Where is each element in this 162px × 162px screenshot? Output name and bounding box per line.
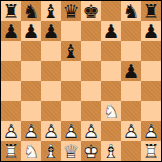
piece-black-knight[interactable]: ♞ [21,1,41,21]
black-pawn-icon: ♟ [1,21,21,41]
square-c3[interactable] [41,101,61,121]
square-g4[interactable] [121,81,141,101]
piece-black-queen[interactable]: ♛ [61,1,81,21]
square-d1[interactable]: ♛♕ [61,141,81,161]
piece-white-bishop[interactable]: ♝♗ [41,141,61,161]
square-f1[interactable]: ♝♗ [101,141,121,161]
square-a1[interactable]: ♜♖ [1,141,21,161]
square-g5[interactable]: ♟ [121,61,141,81]
square-e8[interactable]: ♚ [81,1,101,21]
square-e5[interactable] [81,61,101,81]
piece-white-pawn[interactable]: ♟♙ [81,121,101,141]
white-pawn-outline-icon: ♙ [61,121,81,141]
square-f3[interactable]: ♞♘ [101,101,121,121]
white-pawn-outline-icon: ♙ [141,121,161,141]
square-h6[interactable] [141,41,161,61]
black-pawn-icon: ♟ [121,61,141,81]
square-b2[interactable]: ♟♙ [21,121,41,141]
square-h7[interactable]: ♟ [141,21,161,41]
piece-white-rook[interactable]: ♜♖ [1,141,21,161]
square-h4[interactable] [141,81,161,101]
square-a6[interactable] [1,41,21,61]
square-a5[interactable] [1,61,21,81]
square-g6[interactable] [121,41,141,61]
square-a2[interactable]: ♟♙ [1,121,21,141]
square-d6[interactable]: ♝ [61,41,81,61]
square-b6[interactable] [21,41,41,61]
black-pawn-icon: ♟ [21,21,41,41]
piece-white-pawn[interactable]: ♟♙ [41,121,61,141]
piece-white-knight[interactable]: ♞♘ [101,101,121,121]
black-bishop-icon: ♝ [61,41,81,61]
square-a8[interactable]: ♜ [1,1,21,21]
square-g1[interactable] [121,141,141,161]
square-e3[interactable] [81,101,101,121]
black-king-icon: ♚ [81,1,101,21]
piece-black-pawn[interactable]: ♟ [41,21,61,41]
square-c6[interactable] [41,41,61,61]
piece-black-rook[interactable]: ♜ [141,1,161,21]
square-c2[interactable]: ♟♙ [41,121,61,141]
piece-black-bishop[interactable]: ♝ [61,41,81,61]
white-pawn-outline-icon: ♙ [81,121,101,141]
square-b1[interactable]: ♞♘ [21,141,41,161]
square-e2[interactable]: ♟♙ [81,121,101,141]
white-rook-outline-icon: ♖ [141,141,161,161]
square-h5[interactable] [141,61,161,81]
square-f4[interactable] [101,81,121,101]
white-pawn-outline-icon: ♙ [41,121,61,141]
piece-black-pawn[interactable]: ♟ [21,21,41,41]
black-queen-icon: ♛ [61,1,81,21]
white-knight-outline-icon: ♘ [21,141,41,161]
square-d7[interactable] [61,21,81,41]
piece-black-bishop[interactable]: ♝ [41,1,61,21]
black-pawn-icon: ♟ [41,21,61,41]
piece-black-pawn[interactable]: ♟ [141,21,161,41]
square-h8[interactable]: ♜ [141,1,161,21]
square-e7[interactable] [81,21,101,41]
piece-white-knight[interactable]: ♞♘ [21,141,41,161]
piece-white-rook[interactable]: ♜♖ [141,141,161,161]
white-knight-outline-icon: ♘ [101,101,121,121]
piece-white-pawn[interactable]: ♟♙ [21,121,41,141]
square-b3[interactable] [21,101,41,121]
white-pawn-outline-icon: ♙ [1,121,21,141]
square-a3[interactable] [1,101,21,121]
square-b4[interactable] [21,81,41,101]
piece-white-queen[interactable]: ♛♕ [61,141,81,161]
square-b8[interactable]: ♞ [21,1,41,21]
square-f6[interactable] [101,41,121,61]
square-c1[interactable]: ♝♗ [41,141,61,161]
black-rook-icon: ♜ [141,1,161,21]
black-pawn-icon: ♟ [141,21,161,41]
square-f5[interactable] [101,61,121,81]
square-c4[interactable] [41,81,61,101]
white-king-outline-icon: ♔ [81,141,101,161]
square-d4[interactable] [61,81,81,101]
piece-white-pawn[interactable]: ♟♙ [141,121,161,141]
square-b7[interactable]: ♟ [21,21,41,41]
piece-black-pawn[interactable]: ♟ [121,61,141,81]
piece-white-pawn[interactable]: ♟♙ [61,121,81,141]
piece-white-pawn[interactable]: ♟♙ [121,121,141,141]
square-a4[interactable] [1,81,21,101]
square-f8[interactable] [101,1,121,21]
piece-white-king[interactable]: ♚♔ [81,141,101,161]
square-g3[interactable] [121,101,141,121]
square-h2[interactable]: ♟♙ [141,121,161,141]
square-c8[interactable]: ♝ [41,1,61,21]
black-knight-icon: ♞ [21,1,41,21]
white-bishop-outline-icon: ♗ [101,141,121,161]
square-h1[interactable]: ♜♖ [141,141,161,161]
square-e1[interactable]: ♚♔ [81,141,101,161]
piece-white-pawn[interactable]: ♟♙ [1,121,21,141]
piece-black-rook[interactable]: ♜ [1,1,21,21]
black-bishop-icon: ♝ [41,1,61,21]
square-e6[interactable] [81,41,101,61]
black-pawn-icon: ♟ [101,21,121,41]
square-d3[interactable] [61,101,81,121]
black-knight-icon: ♞ [121,1,141,21]
square-e4[interactable] [81,81,101,101]
square-a7[interactable]: ♟ [1,21,21,41]
chess-board: ♜♞♝♛♚♞♜♟♟♟♟♟♝♟♞♘♟♙♟♙♟♙♟♙♟♙♟♙♟♙♜♖♞♘♝♗♛♕♚♔… [0,0,162,162]
piece-black-pawn[interactable]: ♟ [1,21,21,41]
white-rook-outline-icon: ♖ [1,141,21,161]
square-c7[interactable]: ♟ [41,21,61,41]
black-rook-icon: ♜ [1,1,21,21]
white-bishop-outline-icon: ♗ [41,141,61,161]
square-c5[interactable] [41,61,61,81]
square-d5[interactable] [61,61,81,81]
square-d2[interactable]: ♟♙ [61,121,81,141]
square-h3[interactable] [141,101,161,121]
square-b5[interactable] [21,61,41,81]
white-pawn-outline-icon: ♙ [121,121,141,141]
piece-black-knight[interactable]: ♞ [121,1,141,21]
piece-black-pawn[interactable]: ♟ [101,21,121,41]
piece-white-bishop[interactable]: ♝♗ [101,141,121,161]
piece-black-king[interactable]: ♚ [81,1,101,21]
square-g7[interactable] [121,21,141,41]
square-f2[interactable] [101,121,121,141]
white-pawn-outline-icon: ♙ [21,121,41,141]
white-queen-outline-icon: ♕ [61,141,81,161]
square-f7[interactable]: ♟ [101,21,121,41]
square-d8[interactable]: ♛ [61,1,81,21]
square-g8[interactable]: ♞ [121,1,141,21]
square-g2[interactable]: ♟♙ [121,121,141,141]
